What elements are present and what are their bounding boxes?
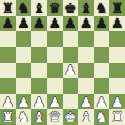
black-king[interactable]: ♚	[64, 0, 77, 14]
black-pawn[interactable]: ♟	[111, 16, 124, 30]
square-a7[interactable]: ♟	[0, 16, 16, 32]
white-knight[interactable]: ♞	[95, 110, 108, 124]
square-c6[interactable]	[31, 31, 47, 47]
square-e2[interactable]	[63, 94, 79, 110]
black-pawn[interactable]: ♟	[95, 16, 108, 30]
square-g8[interactable]: ♞	[94, 0, 110, 16]
white-pawn[interactable]: ♟	[95, 94, 108, 108]
square-d1[interactable]: ♛	[47, 109, 63, 125]
square-h2[interactable]: ♟	[109, 94, 125, 110]
square-f7[interactable]: ♟	[78, 16, 94, 32]
square-d2[interactable]: ♟	[47, 94, 63, 110]
square-e6[interactable]	[63, 31, 79, 47]
black-knight[interactable]: ♞	[95, 0, 108, 14]
square-g1[interactable]: ♞	[94, 109, 110, 125]
square-g6[interactable]	[94, 31, 110, 47]
square-e4[interactable]: ♟	[63, 63, 79, 79]
square-g7[interactable]: ♟	[94, 16, 110, 32]
square-e7[interactable]: ♟	[63, 16, 79, 32]
white-pawn[interactable]: ♟	[17, 94, 30, 108]
black-rook[interactable]: ♜	[111, 0, 124, 14]
black-knight[interactable]: ♞	[17, 0, 30, 14]
square-d3[interactable]	[47, 78, 63, 94]
square-d6[interactable]	[47, 31, 63, 47]
black-pawn[interactable]: ♟	[64, 16, 77, 30]
square-a2[interactable]: ♟	[0, 94, 16, 110]
black-pawn[interactable]: ♟	[33, 16, 46, 30]
white-queen[interactable]: ♛	[48, 110, 61, 124]
black-pawn[interactable]: ♟	[17, 16, 30, 30]
white-bishop[interactable]: ♝	[33, 110, 46, 124]
square-h4[interactable]	[109, 63, 125, 79]
square-f4[interactable]	[78, 63, 94, 79]
square-a8[interactable]: ♜	[0, 0, 16, 16]
black-queen[interactable]: ♛	[48, 0, 61, 14]
square-d7[interactable]: ♟	[47, 16, 63, 32]
square-b7[interactable]: ♟	[16, 16, 32, 32]
square-a4[interactable]	[0, 63, 16, 79]
square-h7[interactable]: ♟	[109, 16, 125, 32]
square-h6[interactable]	[109, 31, 125, 47]
square-d8[interactable]: ♛	[47, 0, 63, 16]
square-e1[interactable]: ♚	[63, 109, 79, 125]
square-d4[interactable]	[47, 63, 63, 79]
square-c3[interactable]	[31, 78, 47, 94]
black-pawn[interactable]: ♟	[2, 16, 15, 30]
black-pawn[interactable]: ♟	[80, 16, 93, 30]
square-h1[interactable]: ♜	[109, 109, 125, 125]
white-pawn[interactable]: ♟	[33, 94, 46, 108]
square-e5[interactable]	[63, 47, 79, 63]
square-b5[interactable]	[16, 47, 32, 63]
white-pawn[interactable]: ♟	[64, 63, 77, 77]
square-d5[interactable]	[47, 47, 63, 63]
square-f1[interactable]: ♝	[78, 109, 94, 125]
white-pawn[interactable]: ♟	[2, 94, 15, 108]
white-rook[interactable]: ♜	[111, 110, 124, 124]
square-h5[interactable]	[109, 47, 125, 63]
black-rook[interactable]: ♜	[2, 0, 15, 14]
square-g2[interactable]: ♟	[94, 94, 110, 110]
square-c5[interactable]	[31, 47, 47, 63]
square-a1[interactable]: ♜	[0, 109, 16, 125]
white-bishop[interactable]: ♝	[80, 110, 93, 124]
white-pawn[interactable]: ♟	[48, 94, 61, 108]
square-a5[interactable]	[0, 47, 16, 63]
square-b4[interactable]	[16, 63, 32, 79]
square-g4[interactable]	[94, 63, 110, 79]
square-b6[interactable]	[16, 31, 32, 47]
white-king[interactable]: ♚	[64, 110, 77, 124]
chess-board: ♜♞♝♛♚♝♞♜♟♟♟♟♟♟♟♟♟♟♟♟♟♟♟♟♜♞♝♛♚♝♞♜	[0, 0, 125, 125]
square-c4[interactable]	[31, 63, 47, 79]
white-rook[interactable]: ♜	[2, 110, 15, 124]
black-bishop[interactable]: ♝	[80, 0, 93, 14]
square-h8[interactable]: ♜	[109, 0, 125, 16]
chess-board-container: ♜♞♝♛♚♝♞♜♟♟♟♟♟♟♟♟♟♟♟♟♟♟♟♟♜♞♝♛♚♝♞♜	[0, 0, 125, 125]
square-f6[interactable]	[78, 31, 94, 47]
square-c2[interactable]: ♟	[31, 94, 47, 110]
square-c1[interactable]: ♝	[31, 109, 47, 125]
square-b1[interactable]: ♞	[16, 109, 32, 125]
black-pawn[interactable]: ♟	[48, 16, 61, 30]
white-pawn[interactable]: ♟	[111, 94, 124, 108]
white-knight[interactable]: ♞	[17, 110, 30, 124]
white-pawn[interactable]: ♟	[80, 94, 93, 108]
square-f3[interactable]	[78, 78, 94, 94]
square-b8[interactable]: ♞	[16, 0, 32, 16]
square-f8[interactable]: ♝	[78, 0, 94, 16]
square-c8[interactable]: ♝	[31, 0, 47, 16]
square-f5[interactable]	[78, 47, 94, 63]
square-g3[interactable]	[94, 78, 110, 94]
square-c7[interactable]: ♟	[31, 16, 47, 32]
square-h3[interactable]	[109, 78, 125, 94]
square-e8[interactable]: ♚	[63, 0, 79, 16]
black-bishop[interactable]: ♝	[33, 0, 46, 14]
square-f2[interactable]: ♟	[78, 94, 94, 110]
square-b3[interactable]	[16, 78, 32, 94]
square-a3[interactable]	[0, 78, 16, 94]
square-b2[interactable]: ♟	[16, 94, 32, 110]
square-g5[interactable]	[94, 47, 110, 63]
square-e3[interactable]	[63, 78, 79, 94]
square-a6[interactable]	[0, 31, 16, 47]
